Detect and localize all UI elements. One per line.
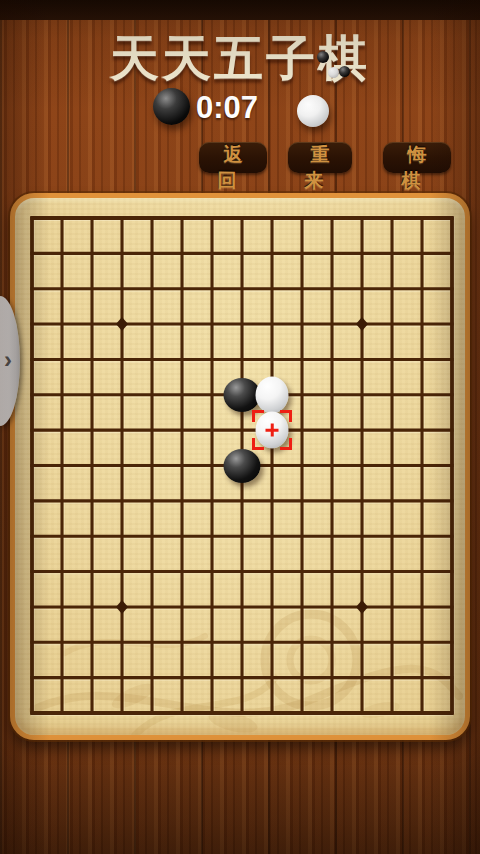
white-player-stone-icon xyxy=(297,95,329,127)
app-title: 天天五子棋 xyxy=(0,26,480,92)
undo-button[interactable]: 悔棋 xyxy=(383,142,451,173)
back-button[interactable]: 返回 xyxy=(199,142,267,173)
status-bar xyxy=(0,0,480,20)
floral-watermark xyxy=(15,198,465,735)
chevron-right-icon: › xyxy=(4,348,12,372)
title-black-stone2-icon xyxy=(339,66,350,77)
restart-button[interactable]: 重来 xyxy=(288,142,352,173)
title-white-stone-icon xyxy=(328,67,339,78)
black-timer: 0:07 xyxy=(196,90,258,126)
board[interactable] xyxy=(10,193,470,740)
black-player-stone-icon xyxy=(153,88,190,125)
app-screen: 天天五子棋 0:07 返回 重来 悔棋 › xyxy=(0,0,480,854)
title-black-stone-icon xyxy=(317,51,329,63)
